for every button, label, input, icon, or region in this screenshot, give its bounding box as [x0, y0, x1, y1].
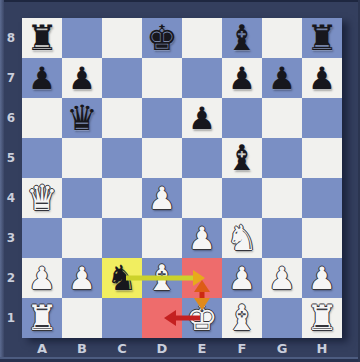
square-c2[interactable]: ♞	[102, 258, 142, 298]
square-a7[interactable]: ♟	[22, 58, 62, 98]
file-label-c: C	[102, 338, 142, 362]
chess-app-window: 87654321 ♜♚♝♜♟♟♟♟♟♛♟♝♛♟♟♞♟♟♞♝♟♟♟♜♚♝♜ ABC…	[0, 0, 360, 362]
square-f4[interactable]	[222, 178, 262, 218]
file-label-e: E	[182, 338, 222, 362]
rank-label-2: 2	[0, 258, 22, 298]
rank-label-3: 3	[0, 218, 22, 258]
black-rook[interactable]: ♜	[306, 18, 337, 58]
black-bishop[interactable]: ♝	[226, 138, 257, 178]
square-g5[interactable]	[262, 138, 302, 178]
square-h5[interactable]	[302, 138, 342, 178]
square-g8[interactable]	[262, 18, 302, 58]
square-h1[interactable]: ♜	[302, 298, 342, 338]
frame-bevel-top	[0, 0, 360, 2]
square-b1[interactable]	[62, 298, 102, 338]
rank-label-7: 7	[0, 58, 22, 98]
square-d7[interactable]	[142, 58, 182, 98]
square-f8[interactable]: ♝	[222, 18, 262, 58]
square-f2[interactable]: ♟	[222, 258, 262, 298]
square-d1[interactable]	[142, 298, 182, 338]
square-e5[interactable]	[182, 138, 222, 178]
white-pawn[interactable]: ♟	[148, 178, 176, 218]
square-d2[interactable]: ♝	[142, 258, 182, 298]
white-pawn[interactable]: ♟	[188, 218, 216, 258]
white-queen[interactable]: ♛	[26, 178, 57, 218]
square-h3[interactable]	[302, 218, 342, 258]
square-f7[interactable]: ♟	[222, 58, 262, 98]
white-rook[interactable]: ♜	[26, 298, 57, 338]
white-bishop[interactable]: ♝	[226, 298, 257, 338]
square-d8[interactable]: ♚	[142, 18, 182, 58]
square-b2[interactable]: ♟	[62, 258, 102, 298]
black-bishop[interactable]: ♝	[226, 18, 257, 58]
white-pawn[interactable]: ♟	[308, 258, 336, 298]
square-a4[interactable]: ♛	[22, 178, 62, 218]
black-knight[interactable]: ♞	[106, 258, 137, 298]
black-pawn[interactable]: ♟	[268, 58, 296, 98]
square-c8[interactable]	[102, 18, 142, 58]
square-b7[interactable]: ♟	[62, 58, 102, 98]
white-pawn[interactable]: ♟	[228, 258, 256, 298]
square-c5[interactable]	[102, 138, 142, 178]
white-pawn[interactable]: ♟	[68, 258, 96, 298]
square-h7[interactable]: ♟	[302, 58, 342, 98]
file-coordinates: ABCDEFGH	[22, 338, 342, 362]
square-g7[interactable]: ♟	[262, 58, 302, 98]
white-king[interactable]: ♚	[186, 298, 217, 338]
square-a6[interactable]	[22, 98, 62, 138]
square-d6[interactable]	[142, 98, 182, 138]
chess-board: ♜♚♝♜♟♟♟♟♟♛♟♝♛♟♟♞♟♟♞♝♟♟♟♜♚♝♜	[22, 18, 342, 338]
black-pawn[interactable]: ♟	[308, 58, 336, 98]
black-pawn[interactable]: ♟	[68, 58, 96, 98]
square-f3[interactable]: ♞	[222, 218, 262, 258]
square-h6[interactable]	[302, 98, 342, 138]
square-g4[interactable]	[262, 178, 302, 218]
square-d4[interactable]: ♟	[142, 178, 182, 218]
white-bishop[interactable]: ♝	[146, 258, 177, 298]
square-a2[interactable]: ♟	[22, 258, 62, 298]
square-c4[interactable]	[102, 178, 142, 218]
square-f5[interactable]: ♝	[222, 138, 262, 178]
square-e4[interactable]	[182, 178, 222, 218]
square-a1[interactable]: ♜	[22, 298, 62, 338]
square-d3[interactable]	[142, 218, 182, 258]
square-d5[interactable]	[142, 138, 182, 178]
square-a8[interactable]: ♜	[22, 18, 62, 58]
square-g3[interactable]	[262, 218, 302, 258]
square-f1[interactable]: ♝	[222, 298, 262, 338]
black-pawn[interactable]: ♟	[228, 58, 256, 98]
black-pawn[interactable]: ♟	[28, 58, 56, 98]
square-e8[interactable]	[182, 18, 222, 58]
square-c3[interactable]	[102, 218, 142, 258]
square-b5[interactable]	[62, 138, 102, 178]
rank-label-6: 6	[0, 98, 22, 138]
square-h2[interactable]: ♟	[302, 258, 342, 298]
square-f6[interactable]	[222, 98, 262, 138]
square-e6[interactable]: ♟	[182, 98, 222, 138]
square-e1[interactable]: ♚	[182, 298, 222, 338]
square-e7[interactable]	[182, 58, 222, 98]
square-h4[interactable]	[302, 178, 342, 218]
square-b4[interactable]	[62, 178, 102, 218]
square-b6[interactable]: ♛	[62, 98, 102, 138]
black-rook[interactable]: ♜	[26, 18, 57, 58]
square-e2[interactable]	[182, 258, 222, 298]
square-c6[interactable]	[102, 98, 142, 138]
file-label-d: D	[142, 338, 182, 362]
rank-coordinates: 87654321	[0, 18, 22, 338]
black-pawn[interactable]: ♟	[188, 98, 216, 138]
square-b3[interactable]	[62, 218, 102, 258]
white-rook[interactable]: ♜	[306, 298, 337, 338]
white-pawn[interactable]: ♟	[268, 258, 296, 298]
black-queen[interactable]: ♛	[66, 98, 97, 138]
file-label-g: G	[262, 338, 302, 362]
square-a3[interactable]	[22, 218, 62, 258]
square-g2[interactable]: ♟	[262, 258, 302, 298]
black-king[interactable]: ♚	[146, 18, 177, 58]
file-label-f: F	[222, 338, 262, 362]
file-label-b: B	[62, 338, 102, 362]
file-label-h: H	[302, 338, 342, 362]
rank-label-1: 1	[0, 298, 22, 338]
square-c7[interactable]	[102, 58, 142, 98]
square-g1[interactable]	[262, 298, 302, 338]
white-knight[interactable]: ♞	[226, 218, 257, 258]
square-e3[interactable]: ♟	[182, 218, 222, 258]
square-g6[interactable]	[262, 98, 302, 138]
white-pawn[interactable]: ♟	[28, 258, 56, 298]
square-a5[interactable]	[22, 138, 62, 178]
square-b8[interactable]	[62, 18, 102, 58]
square-h8[interactable]: ♜	[302, 18, 342, 58]
rank-label-4: 4	[0, 178, 22, 218]
file-label-a: A	[22, 338, 62, 362]
rank-label-5: 5	[0, 138, 22, 178]
square-c1[interactable]	[102, 298, 142, 338]
rank-label-8: 8	[0, 18, 22, 58]
